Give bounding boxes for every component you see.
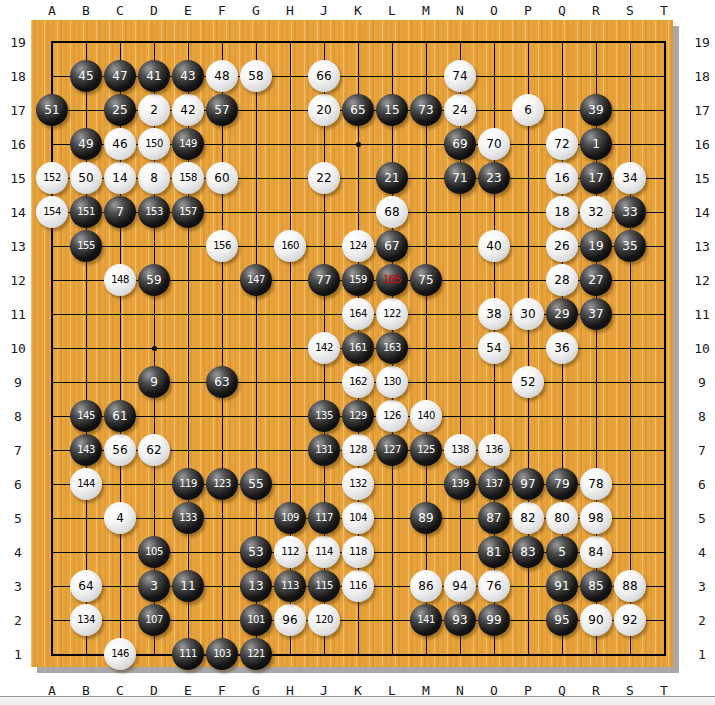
stone-white-46-C16: 46 bbox=[104, 128, 136, 160]
stone-black-139-N6: 139 bbox=[444, 468, 476, 500]
stone-white-134-B2: 134 bbox=[70, 604, 102, 636]
stone-white-64-B3: 64 bbox=[70, 570, 102, 602]
stone-black-143-B7: 143 bbox=[70, 434, 102, 466]
stone-white-162-K9: 162 bbox=[342, 366, 374, 398]
stone-white-2-D17: 2 bbox=[138, 94, 170, 126]
stone-white-6-P17: 6 bbox=[512, 94, 544, 126]
stone-black-153-D14: 153 bbox=[138, 196, 170, 228]
stone-white-16-Q15: 16 bbox=[546, 162, 578, 194]
stone-white-22-J15: 22 bbox=[308, 162, 340, 194]
stone-black-81-O4: 81 bbox=[478, 536, 510, 568]
coord-left-3: 3 bbox=[14, 580, 22, 593]
stone-white-56-C7: 56 bbox=[104, 434, 136, 466]
stone-black-117-J5: 117 bbox=[308, 502, 340, 534]
stone-white-50-B15: 50 bbox=[70, 162, 102, 194]
coord-top-G: G bbox=[252, 4, 260, 17]
stone-white-40-O13: 40 bbox=[478, 230, 510, 262]
stone-black-89-M5: 89 bbox=[410, 502, 442, 534]
coord-left-12: 12 bbox=[10, 274, 26, 287]
stone-white-8-D15: 8 bbox=[138, 162, 170, 194]
stone-black-97-P6: 97 bbox=[512, 468, 544, 500]
coord-right-8: 8 bbox=[698, 410, 706, 423]
coord-left-4: 4 bbox=[14, 546, 22, 559]
stone-white-36-Q10: 36 bbox=[546, 332, 578, 364]
stone-black-51-A17: 51 bbox=[36, 94, 68, 126]
stone-black-103-F1: 103 bbox=[206, 638, 238, 670]
stone-white-82-P5: 82 bbox=[512, 502, 544, 534]
stone-white-20-J17: 20 bbox=[308, 94, 340, 126]
stone-black-39-R17: 39 bbox=[580, 94, 612, 126]
stone-black-61-C8: 61 bbox=[104, 400, 136, 432]
stone-black-123-F6: 123 bbox=[206, 468, 238, 500]
stone-white-140-M8: 140 bbox=[410, 400, 442, 432]
coord-right-13: 13 bbox=[694, 240, 710, 253]
coord-right-7: 7 bbox=[698, 444, 706, 457]
coord-top-J: J bbox=[320, 4, 328, 17]
stone-white-154-A14: 154 bbox=[36, 196, 68, 228]
stone-white-98-R5: 98 bbox=[580, 502, 612, 534]
stone-black-37-R11: 37 bbox=[580, 298, 612, 330]
stone-black-129-K8: 129 bbox=[342, 400, 374, 432]
stone-black-5-Q4: 5 bbox=[546, 536, 578, 568]
stone-white-28-Q12: 28 bbox=[546, 264, 578, 296]
coord-right-16: 16 bbox=[694, 138, 710, 151]
stone-white-26-Q13: 26 bbox=[546, 230, 578, 262]
stone-black-11-E3: 11 bbox=[172, 570, 204, 602]
stone-white-150-D16: 150 bbox=[138, 128, 170, 160]
coord-left-11: 11 bbox=[10, 308, 26, 321]
stone-black-69-N16: 69 bbox=[444, 128, 476, 160]
go-board[interactable]: 1234567891113141516171819202122232425262… bbox=[31, 20, 673, 667]
stone-black-95-Q2: 95 bbox=[546, 604, 578, 636]
stone-black-155-B13: 155 bbox=[70, 230, 102, 262]
coord-left-1: 1 bbox=[14, 648, 22, 661]
stone-black-115-J3: 115 bbox=[308, 570, 340, 602]
stone-white-14-C15: 14 bbox=[104, 162, 136, 194]
stone-white-74-N18: 74 bbox=[444, 60, 476, 92]
stone-white-70-O16: 70 bbox=[478, 128, 510, 160]
stone-black-75-M12: 75 bbox=[410, 264, 442, 296]
stone-white-72-Q16: 72 bbox=[546, 128, 578, 160]
stone-white-96-H2: 96 bbox=[274, 604, 306, 636]
stone-black-47-C18: 47 bbox=[104, 60, 136, 92]
stone-white-52-P9: 52 bbox=[512, 366, 544, 398]
coord-left-2: 2 bbox=[14, 614, 22, 627]
stone-white-120-J2: 120 bbox=[308, 604, 340, 636]
stone-white-148-C12: 148 bbox=[104, 264, 136, 296]
stone-black-73-M17: 73 bbox=[410, 94, 442, 126]
stone-black-45-B18: 45 bbox=[70, 60, 102, 92]
coord-top-P: P bbox=[524, 4, 532, 17]
stone-black-85-R3: 85 bbox=[580, 570, 612, 602]
coord-right-5: 5 bbox=[698, 512, 706, 525]
coord-top-B: B bbox=[82, 4, 90, 17]
stone-white-130-L9: 130 bbox=[376, 366, 408, 398]
coord-right-6: 6 bbox=[698, 478, 706, 491]
stone-black-41-D18: 41 bbox=[138, 60, 170, 92]
stone-white-142-J10: 142 bbox=[308, 332, 340, 364]
stone-black-25-C17: 25 bbox=[104, 94, 136, 126]
stone-black-19-R13: 19 bbox=[580, 230, 612, 262]
stone-black-125-M7: 125 bbox=[410, 434, 442, 466]
board-grid: 1234567891113141516171819202122232425262… bbox=[35, 25, 681, 671]
coord-top-H: H bbox=[286, 4, 294, 17]
stone-black-93-N2: 93 bbox=[444, 604, 476, 636]
coord-bottom-D: D bbox=[150, 684, 158, 697]
stone-black-99-O2: 99 bbox=[478, 604, 510, 636]
stone-white-84-R4: 84 bbox=[580, 536, 612, 568]
stone-white-80-Q5: 80 bbox=[546, 502, 578, 534]
stone-black-27-R12: 27 bbox=[580, 264, 612, 296]
stone-black-91-Q3: 91 bbox=[546, 570, 578, 602]
coord-top-L: L bbox=[388, 4, 396, 17]
stone-white-38-O11: 38 bbox=[478, 298, 510, 330]
stone-black-109-H5: 109 bbox=[274, 502, 306, 534]
coord-bottom-K: K bbox=[354, 684, 362, 697]
stone-white-90-R2: 90 bbox=[580, 604, 612, 636]
stone-white-60-F15: 60 bbox=[206, 162, 238, 194]
coord-right-11: 11 bbox=[694, 308, 710, 321]
coord-left-5: 5 bbox=[14, 512, 22, 525]
coord-left-16: 16 bbox=[10, 138, 26, 151]
coord-right-10: 10 bbox=[694, 342, 710, 355]
stone-black-159-K12: 159 bbox=[342, 264, 374, 296]
stone-black-111-E1: 111 bbox=[172, 638, 204, 670]
coord-top-K: K bbox=[354, 4, 362, 17]
stone-white-68-L14: 68 bbox=[376, 196, 408, 228]
stone-white-86-M3: 86 bbox=[410, 570, 442, 602]
stone-black-151-B14: 151 bbox=[70, 196, 102, 228]
stone-white-160-H13: 160 bbox=[274, 230, 306, 262]
stone-white-126-L8: 126 bbox=[376, 400, 408, 432]
stone-black-145-B8: 145 bbox=[70, 400, 102, 432]
stone-black-9-D9: 9 bbox=[138, 366, 170, 398]
coord-bottom-P: P bbox=[524, 684, 532, 697]
coord-left-15: 15 bbox=[10, 172, 26, 185]
coord-bottom-C: C bbox=[116, 684, 124, 697]
stone-black-67-L13: 67 bbox=[376, 230, 408, 262]
stone-black-43-E18: 43 bbox=[172, 60, 204, 92]
stone-black-65-K17: 65 bbox=[342, 94, 374, 126]
coord-left-14: 14 bbox=[10, 206, 26, 219]
stone-white-132-K6: 132 bbox=[342, 468, 374, 500]
coord-bottom-R: R bbox=[592, 684, 600, 697]
stone-black-77-J12: 77 bbox=[308, 264, 340, 296]
stone-black-53-G4: 53 bbox=[240, 536, 272, 568]
coord-top-C: C bbox=[116, 4, 124, 17]
stone-black-55-G6: 55 bbox=[240, 468, 272, 500]
stone-white-30-P11: 30 bbox=[512, 298, 544, 330]
coord-right-15: 15 bbox=[694, 172, 710, 185]
stone-black-105-D4: 105 bbox=[138, 536, 170, 568]
coord-right-4: 4 bbox=[698, 546, 706, 559]
coord-left-13: 13 bbox=[10, 240, 26, 253]
stone-white-48-F18: 48 bbox=[206, 60, 238, 92]
stone-black-147-G12: 147 bbox=[240, 264, 272, 296]
coord-right-18: 18 bbox=[694, 70, 710, 83]
stone-white-24-N17: 24 bbox=[444, 94, 476, 126]
stone-white-122-L11: 122 bbox=[376, 298, 408, 330]
coord-bottom-F: F bbox=[218, 684, 226, 697]
coord-right-14: 14 bbox=[694, 206, 710, 219]
stone-white-54-O10: 54 bbox=[478, 332, 510, 364]
coord-right-17: 17 bbox=[694, 104, 710, 117]
coord-bottom-S: S bbox=[626, 684, 634, 697]
coord-bottom-N: N bbox=[456, 684, 464, 697]
stone-white-116-K3: 116 bbox=[342, 570, 374, 602]
bottom-status-strip bbox=[0, 696, 715, 705]
stone-black-141-M2: 141 bbox=[410, 604, 442, 636]
stone-black-131-J7: 131 bbox=[308, 434, 340, 466]
coord-right-19: 19 bbox=[694, 36, 710, 49]
stone-white-114-J4: 114 bbox=[308, 536, 340, 568]
stone-white-88-S3: 88 bbox=[614, 570, 646, 602]
stone-black-101-G2: 101 bbox=[240, 604, 272, 636]
coord-top-A: A bbox=[48, 4, 56, 17]
stone-black-59-D12: 59 bbox=[138, 264, 170, 296]
stone-black-33-S14: 33 bbox=[614, 196, 646, 228]
coord-right-1: 1 bbox=[698, 648, 706, 661]
stone-black-29-Q11: 29 bbox=[546, 298, 578, 330]
stone-black-137-O6: 137 bbox=[478, 468, 510, 500]
coord-bottom-T: T bbox=[660, 684, 668, 697]
stone-black-113-H3: 113 bbox=[274, 570, 306, 602]
coord-left-10: 10 bbox=[10, 342, 26, 355]
star-point-K16 bbox=[356, 142, 361, 147]
star-point-D10 bbox=[152, 346, 157, 351]
coord-bottom-H: H bbox=[286, 684, 294, 697]
stone-black-7-C14: 7 bbox=[104, 196, 136, 228]
stone-white-34-S15: 34 bbox=[614, 162, 646, 194]
stone-white-124-K13: 124 bbox=[342, 230, 374, 262]
coord-top-D: D bbox=[150, 4, 158, 17]
stone-black-107-D2: 107 bbox=[138, 604, 170, 636]
coord-top-O: O bbox=[490, 4, 498, 17]
coord-top-N: N bbox=[456, 4, 464, 17]
coord-left-8: 8 bbox=[14, 410, 22, 423]
stone-white-146-C1: 146 bbox=[104, 638, 136, 670]
coord-left-17: 17 bbox=[10, 104, 26, 117]
stone-white-118-K4: 118 bbox=[342, 536, 374, 568]
stone-black-127-L7: 127 bbox=[376, 434, 408, 466]
stone-white-156-F13: 156 bbox=[206, 230, 238, 262]
stone-white-18-Q14: 18 bbox=[546, 196, 578, 228]
coord-right-12: 12 bbox=[694, 274, 710, 287]
stone-white-164-K11: 164 bbox=[342, 298, 374, 330]
stone-black-23-O15: 23 bbox=[478, 162, 510, 194]
stone-white-144-B6: 144 bbox=[70, 468, 102, 500]
stone-white-4-C5: 4 bbox=[104, 502, 136, 534]
coord-left-6: 6 bbox=[14, 478, 22, 491]
coord-left-19: 19 bbox=[10, 36, 26, 49]
stone-black-163-L10: 163 bbox=[376, 332, 408, 364]
stone-white-62-D7: 62 bbox=[138, 434, 170, 466]
stone-black-63-F9: 63 bbox=[206, 366, 238, 398]
coord-top-Q: Q bbox=[558, 4, 566, 17]
stone-black-133-E5: 133 bbox=[172, 502, 204, 534]
coord-bottom-M: M bbox=[422, 684, 430, 697]
coord-top-E: E bbox=[184, 4, 192, 17]
stone-white-42-E17: 42 bbox=[172, 94, 204, 126]
stone-black-35-S13: 35 bbox=[614, 230, 646, 262]
stone-black-121-G1: 121 bbox=[240, 638, 272, 670]
stone-white-138-N7: 138 bbox=[444, 434, 476, 466]
stone-white-66-J18: 66 bbox=[308, 60, 340, 92]
stone-black-57-F17: 57 bbox=[206, 94, 238, 126]
stone-white-32-R14: 32 bbox=[580, 196, 612, 228]
coord-top-S: S bbox=[626, 4, 634, 17]
stone-white-128-K7: 128 bbox=[342, 434, 374, 466]
stone-black-49-B16: 49 bbox=[70, 128, 102, 160]
coord-bottom-J: J bbox=[320, 684, 328, 697]
stone-white-112-H4: 112 bbox=[274, 536, 306, 568]
coord-bottom-Q: Q bbox=[558, 684, 566, 697]
coord-left-18: 18 bbox=[10, 70, 26, 83]
stone-black-119-E6: 119 bbox=[172, 468, 204, 500]
stone-white-76-O3: 76 bbox=[478, 570, 510, 602]
stone-black-149-E16: 149 bbox=[172, 128, 204, 160]
stone-black-21-L15: 21 bbox=[376, 162, 408, 194]
stone-white-92-S2: 92 bbox=[614, 604, 646, 636]
coord-right-9: 9 bbox=[698, 376, 706, 389]
stone-white-104-K5: 104 bbox=[342, 502, 374, 534]
stone-black-83-P4: 83 bbox=[512, 536, 544, 568]
stone-black-71-N15: 71 bbox=[444, 162, 476, 194]
stone-black-135-J8: 135 bbox=[308, 400, 340, 432]
stone-black-1-R16: 1 bbox=[580, 128, 612, 160]
stone-black-161-K10: 161 bbox=[342, 332, 374, 364]
stone-black-165-L12: 165 bbox=[376, 264, 408, 296]
coord-left-7: 7 bbox=[14, 444, 22, 457]
coord-bottom-A: A bbox=[48, 684, 56, 697]
coord-top-F: F bbox=[218, 4, 226, 17]
stone-white-136-O7: 136 bbox=[478, 434, 510, 466]
stone-black-13-G3: 13 bbox=[240, 570, 272, 602]
stone-black-17-R15: 17 bbox=[580, 162, 612, 194]
stone-black-79-Q6: 79 bbox=[546, 468, 578, 500]
stone-white-58-G18: 58 bbox=[240, 60, 272, 92]
coord-right-2: 2 bbox=[698, 614, 706, 627]
coord-top-R: R bbox=[592, 4, 600, 17]
stone-black-3-D3: 3 bbox=[138, 570, 170, 602]
stone-black-157-E14: 157 bbox=[172, 196, 204, 228]
stone-black-15-L17: 15 bbox=[376, 94, 408, 126]
coord-bottom-B: B bbox=[82, 684, 90, 697]
coord-left-9: 9 bbox=[14, 376, 22, 389]
coord-bottom-O: O bbox=[490, 684, 498, 697]
coord-top-M: M bbox=[422, 4, 430, 17]
coord-right-3: 3 bbox=[698, 580, 706, 593]
coord-bottom-L: L bbox=[388, 684, 396, 697]
stone-white-78-R6: 78 bbox=[580, 468, 612, 500]
stone-black-87-O5: 87 bbox=[478, 502, 510, 534]
coord-bottom-G: G bbox=[252, 684, 260, 697]
coord-top-T: T bbox=[660, 4, 668, 17]
coord-bottom-E: E bbox=[184, 684, 192, 697]
stone-white-94-N3: 94 bbox=[444, 570, 476, 602]
stone-white-152-A15: 152 bbox=[36, 162, 68, 194]
stone-white-158-E15: 158 bbox=[172, 162, 204, 194]
